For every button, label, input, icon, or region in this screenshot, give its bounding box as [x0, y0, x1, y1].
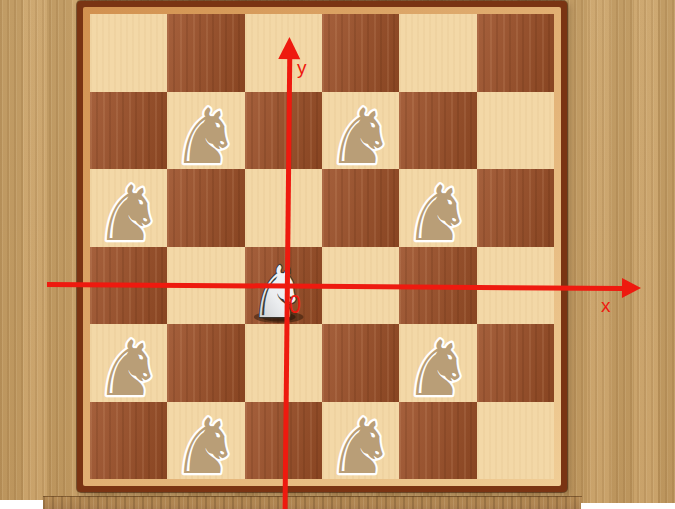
- svg-text:♞: ♞: [172, 402, 240, 479]
- square-c2r6: ♞: [167, 402, 244, 480]
- knight-move-marker: ♞: [322, 402, 399, 480]
- chess-board-frame: ♞♞♞♞♞♞♞♞♞: [77, 1, 567, 492]
- knight-move-marker: ♞: [399, 324, 476, 402]
- svg-text:♞: ♞: [326, 92, 394, 169]
- knight-move-marker: ♞: [399, 169, 476, 247]
- board-grid: ♞♞♞♞♞♞♞♞♞: [90, 14, 554, 479]
- square-c5r3: ♞: [399, 169, 476, 247]
- knight-move-marker: ♞: [90, 324, 167, 402]
- svg-text:♞: ♞: [94, 169, 162, 246]
- svg-text:♞: ♞: [404, 169, 472, 246]
- square-c4r3: [322, 169, 399, 247]
- knight-move-marker: ♞: [322, 92, 399, 170]
- x-axis-arrowhead-icon: [622, 278, 641, 298]
- square-c5r2: [399, 92, 476, 170]
- square-c5r5: ♞: [399, 324, 476, 402]
- scene: ♞♞♞♞♞♞♞♞♞ y x 0: [0, 0, 675, 509]
- square-c2r2: ♞: [167, 92, 244, 170]
- square-c4r1: [322, 14, 399, 92]
- square-c2r1: [167, 14, 244, 92]
- square-c1r6: [90, 402, 167, 480]
- knight-move-marker: ♞: [167, 92, 244, 170]
- square-c2r3: [167, 169, 244, 247]
- square-c1r3: ♞: [90, 169, 167, 247]
- x-axis: [47, 274, 641, 298]
- svg-text:♞: ♞: [172, 92, 240, 169]
- board-inner-trim: ♞♞♞♞♞♞♞♞♞: [83, 7, 561, 486]
- background-corner-bottom-left: [0, 500, 43, 509]
- square-c4r5: [322, 324, 399, 402]
- origin-label: 0: [289, 292, 301, 317]
- square-c1r2: [90, 92, 167, 170]
- square-c2r5: [167, 324, 244, 402]
- y-axis-label: y: [297, 58, 307, 77]
- square-c5r6: [399, 402, 476, 480]
- square-c6r1: [477, 14, 554, 92]
- svg-text:♞: ♞: [404, 324, 472, 401]
- square-c6r6: [477, 402, 554, 480]
- square-c6r5: [477, 324, 554, 402]
- knight-move-marker: ♞: [90, 169, 167, 247]
- square-c5r1: [399, 14, 476, 92]
- table-front-edge: [43, 496, 582, 509]
- svg-text:♞: ♞: [326, 402, 394, 479]
- svg-text:♞: ♞: [94, 324, 162, 401]
- square-c4r6: ♞: [322, 402, 399, 480]
- square-c6r3: [477, 169, 554, 247]
- square-c1r5: ♞: [90, 324, 167, 402]
- knight-move-marker: ♞: [167, 402, 244, 480]
- square-c4r2: ♞: [322, 92, 399, 170]
- x-axis-label: x: [601, 296, 611, 315]
- square-c1r1: [90, 14, 167, 92]
- background-corner-bottom-right: [581, 503, 675, 509]
- square-c6r2: [477, 92, 554, 170]
- x-axis-line: [47, 281, 624, 290]
